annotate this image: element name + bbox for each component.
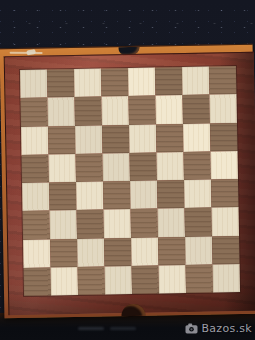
square-h4[interactable] — [211, 179, 239, 208]
square-h8[interactable] — [209, 66, 237, 95]
square-h2[interactable] — [212, 235, 240, 264]
square-b8[interactable] — [47, 69, 75, 98]
square-e6[interactable] — [129, 124, 157, 153]
square-b7[interactable] — [47, 97, 75, 126]
square-g5[interactable] — [183, 151, 211, 180]
square-e8[interactable] — [128, 67, 156, 96]
watermark-text: Bazos.sk — [201, 322, 252, 335]
square-b5[interactable] — [48, 154, 76, 183]
square-d2[interactable] — [104, 237, 132, 266]
square-g6[interactable] — [183, 123, 211, 152]
square-g1[interactable] — [186, 264, 214, 293]
square-f7[interactable] — [155, 95, 183, 124]
square-f3[interactable] — [158, 208, 186, 237]
square-g2[interactable] — [185, 236, 213, 265]
square-e2[interactable] — [131, 237, 159, 266]
square-d5[interactable] — [102, 153, 130, 182]
rim-chip — [26, 49, 36, 55]
board-squares — [20, 66, 240, 296]
square-g3[interactable] — [185, 208, 213, 237]
square-f8[interactable] — [155, 67, 183, 96]
square-c3[interactable] — [77, 210, 105, 239]
square-c6[interactable] — [75, 125, 103, 154]
square-c4[interactable] — [76, 181, 104, 210]
square-b6[interactable] — [48, 125, 76, 154]
square-a5[interactable] — [22, 154, 50, 183]
square-a2[interactable] — [23, 239, 51, 268]
square-d4[interactable] — [103, 181, 131, 210]
watermark: Bazos.sk — [185, 322, 252, 335]
square-d6[interactable] — [102, 124, 130, 153]
square-d3[interactable] — [104, 209, 132, 238]
square-b4[interactable] — [49, 182, 77, 211]
square-e7[interactable] — [128, 96, 156, 125]
camera-icon — [185, 323, 198, 334]
square-a4[interactable] — [22, 182, 50, 211]
square-h3[interactable] — [212, 207, 240, 236]
square-c8[interactable] — [74, 68, 102, 97]
square-c5[interactable] — [75, 153, 103, 182]
square-c1[interactable] — [78, 266, 106, 295]
square-c7[interactable] — [74, 97, 102, 126]
square-e5[interactable] — [129, 152, 157, 181]
square-f2[interactable] — [158, 236, 186, 265]
square-h1[interactable] — [213, 264, 241, 293]
square-f5[interactable] — [156, 152, 184, 181]
chess-board — [0, 44, 255, 319]
square-a8[interactable] — [20, 69, 48, 98]
square-e3[interactable] — [131, 209, 159, 238]
square-d1[interactable] — [105, 266, 133, 295]
photo-background: Bazos.sk — [0, 0, 255, 340]
box-engraving-smudge — [78, 327, 104, 330]
square-g8[interactable] — [182, 67, 210, 96]
square-b1[interactable] — [51, 267, 79, 296]
square-c2[interactable] — [77, 238, 105, 267]
square-a1[interactable] — [24, 267, 52, 296]
square-f6[interactable] — [156, 123, 184, 152]
square-d8[interactable] — [101, 68, 129, 97]
square-a7[interactable] — [20, 98, 48, 127]
square-f4[interactable] — [157, 180, 185, 209]
square-h7[interactable] — [209, 94, 237, 123]
square-b3[interactable] — [50, 210, 78, 239]
square-g7[interactable] — [182, 95, 210, 124]
square-g4[interactable] — [184, 179, 212, 208]
square-a3[interactable] — [23, 211, 51, 240]
square-e1[interactable] — [132, 265, 160, 294]
square-a6[interactable] — [21, 126, 49, 155]
square-d7[interactable] — [101, 96, 129, 125]
square-f1[interactable] — [159, 265, 187, 294]
square-e4[interactable] — [130, 180, 158, 209]
square-b2[interactable] — [50, 238, 78, 267]
square-h6[interactable] — [210, 123, 238, 152]
square-h5[interactable] — [210, 151, 238, 180]
